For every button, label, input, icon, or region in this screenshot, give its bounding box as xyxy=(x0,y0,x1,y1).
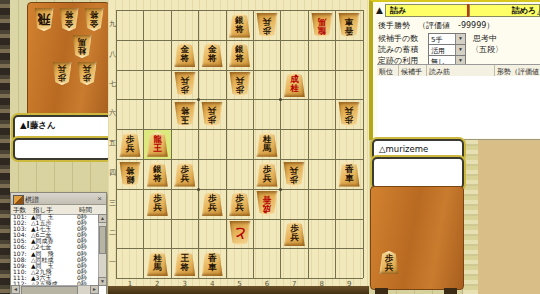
grid-line xyxy=(226,10,227,278)
scroll-left-icon[interactable]: ◄ xyxy=(11,285,20,294)
kifu-vertical-scrollbar[interactable]: ▲ ▼ xyxy=(98,214,106,286)
rank-label: 九 xyxy=(109,21,116,28)
grid-line xyxy=(198,10,199,278)
engine-rank: 〈五段〉 xyxy=(471,44,503,55)
app-window: { "game": "shogi", "position": { "sfen":… xyxy=(0,0,540,294)
rank-label: 七 xyxy=(109,81,116,88)
shogi-piece-歩[interactable]: 歩兵 xyxy=(379,251,399,274)
shogi-piece-香[interactable]: 香車 xyxy=(338,162,360,187)
grid-line xyxy=(116,70,363,71)
komadai-foot xyxy=(444,288,457,294)
kifu-window: 棋譜 × 手数 指し手 時間 101:▲同 玉0秒102:△1五歩0秒103:▲… xyxy=(10,192,107,294)
shogi-piece-歩[interactable]: 歩兵 xyxy=(119,132,141,157)
rank-label: 五 xyxy=(109,140,116,147)
sente-komadai: 飛金将金将桂馬歩兵歩兵 xyxy=(27,2,110,117)
candidates-table-body xyxy=(377,76,540,138)
shogi-piece-歩[interactable]: 歩兵 xyxy=(256,13,278,38)
kifu-title-text: 棋譜 xyxy=(25,195,39,205)
kifu-window-icon xyxy=(13,195,24,205)
scrollbar-thumb[interactable] xyxy=(99,226,106,254)
shogi-piece-金[interactable]: 金将 xyxy=(84,8,104,31)
grid-line xyxy=(253,10,254,278)
mate-threat-field: 詰めろ xyxy=(469,4,540,17)
accum-label: 読みの蓄積 xyxy=(378,44,418,55)
shogi-piece-歩[interactable]: 歩兵 xyxy=(283,162,305,187)
shogi-piece-歩[interactable]: 歩兵 xyxy=(52,62,72,85)
grid-line xyxy=(116,40,363,41)
grid-line xyxy=(116,10,363,11)
gote-komadai: 歩兵 xyxy=(370,186,464,290)
star-point xyxy=(197,188,200,191)
grid-line xyxy=(308,10,309,278)
rank-label: 二 xyxy=(109,230,116,237)
shogi-piece-歩[interactable]: 歩兵 xyxy=(283,221,305,246)
shogi-piece-と[interactable]: と xyxy=(229,221,251,246)
shogi-piece-歩[interactable]: 歩兵 xyxy=(229,72,251,97)
gote-hand-text-box xyxy=(372,157,464,189)
scrollbar-thumb[interactable] xyxy=(21,286,78,294)
shogi-piece-銀[interactable]: 銀将 xyxy=(119,162,141,187)
shogi-piece-香[interactable]: 香車 xyxy=(338,13,360,38)
grid-line xyxy=(116,248,363,249)
grid-line xyxy=(116,219,363,220)
rank-label: 一 xyxy=(109,259,116,266)
shogi-board[interactable]: 九八七六五四三二一123456789銀将歩兵龍馬香車金将金将銀将歩兵歩兵成桂玉将… xyxy=(108,0,369,286)
shogi-piece-銀[interactable]: 銀将 xyxy=(229,42,251,67)
candidates-label: 候補手の数 xyxy=(378,33,418,44)
komadai-foot xyxy=(375,288,388,294)
shogi-piece-馬[interactable]: 龍馬 xyxy=(311,13,333,38)
rank-label: 六 xyxy=(109,110,116,117)
shogi-piece-桂[interactable]: 桂馬 xyxy=(146,251,168,276)
tatami-left-border xyxy=(0,0,10,294)
mate-status-field: 詰み xyxy=(385,4,473,17)
grid-line xyxy=(116,189,363,190)
shogi-piece-歩[interactable]: 歩兵 xyxy=(338,102,360,127)
shogi-piece-王[interactable]: 王将 xyxy=(174,251,196,276)
rank-label: 八 xyxy=(109,51,116,58)
kifu-titlebar[interactable]: 棋譜 × xyxy=(11,193,106,205)
shogi-piece-飛[interactable]: 飛 xyxy=(34,8,54,31)
chevron-down-icon[interactable]: ▼ xyxy=(455,34,465,44)
shogi-piece-歩[interactable]: 歩兵 xyxy=(174,72,196,97)
shogi-piece-歩[interactable]: 歩兵 xyxy=(77,62,97,85)
shogi-piece-金[interactable]: 金将 xyxy=(201,42,223,67)
scroll-down-icon[interactable]: ▼ xyxy=(98,277,107,286)
sente-player-name: ▲I藤さん xyxy=(15,117,110,132)
sente-hand-text-box xyxy=(13,138,112,160)
grid-line xyxy=(171,10,172,278)
shogi-piece-歩[interactable]: 歩兵 xyxy=(201,102,223,127)
shogi-piece-銀[interactable]: 銀将 xyxy=(146,162,168,187)
grid-line xyxy=(363,10,364,278)
grid-line xyxy=(116,129,363,130)
grid-line xyxy=(143,10,144,278)
shogi-piece-玉[interactable]: 玉将 xyxy=(174,102,196,127)
chevron-down-icon[interactable]: ▼ xyxy=(455,45,465,55)
shogi-piece-龍[interactable]: 龍王 xyxy=(146,132,168,157)
star-point xyxy=(197,98,200,101)
star-point xyxy=(279,188,282,191)
shogi-piece-桂[interactable]: 桂馬 xyxy=(72,35,92,58)
shogi-piece-歩[interactable]: 歩兵 xyxy=(256,162,278,187)
grid-line xyxy=(280,10,281,278)
thinking-status: 思考中 xyxy=(473,33,497,44)
shogi-piece-金[interactable]: 金将 xyxy=(174,42,196,67)
shogi-piece-成桂[interactable]: 成桂 xyxy=(283,72,305,97)
sente-mark-icon: ▲ xyxy=(376,5,383,15)
rank-label: 四 xyxy=(109,170,116,177)
scroll-right-icon[interactable]: ► xyxy=(90,285,99,294)
grid-line xyxy=(116,99,363,100)
shogi-piece-歩[interactable]: 歩兵 xyxy=(146,191,168,216)
close-icon[interactable]: × xyxy=(95,194,104,203)
grid-line xyxy=(335,10,336,278)
shogi-piece-歩[interactable]: 歩兵 xyxy=(174,162,196,187)
board-front-edge xyxy=(108,286,369,294)
scroll-up-icon[interactable]: ▲ xyxy=(98,214,107,223)
kifu-move-list[interactable]: 101:▲同 玉0秒102:△1五歩0秒103:▲1七玉0秒104:△6二金0秒… xyxy=(11,214,99,286)
star-point xyxy=(279,98,282,101)
shogi-piece-香[interactable]: 香車 xyxy=(201,251,223,276)
shogi-piece-銀[interactable]: 銀将 xyxy=(229,13,251,38)
table-mat xyxy=(478,137,540,294)
shogi-piece-金[interactable]: 金将 xyxy=(59,8,79,31)
shogi-piece-歩[interactable]: 歩兵 xyxy=(201,191,223,216)
gote-player-name: △murizeme xyxy=(374,141,462,154)
shogi-piece-桂[interactable]: 桂馬 xyxy=(256,132,278,157)
shogi-piece-歩[interactable]: 歩兵 xyxy=(229,191,251,216)
grid-line xyxy=(116,159,363,160)
grid-line xyxy=(116,278,363,279)
grid-line xyxy=(116,10,117,278)
evaluation-text: 後手勝勢 （評価値 -99999） xyxy=(378,20,494,31)
analysis-panel: ▲ 詰み 詰めろ △ 後手勝勢 （評価値 -99999） 候補手の数 5手▼ 思… xyxy=(369,0,540,140)
rank-label: 三 xyxy=(109,200,116,207)
kifu-horizontal-scrollbar[interactable]: ◄ ► xyxy=(11,285,99,294)
shogi-piece-成香[interactable]: 成香 xyxy=(256,191,278,216)
